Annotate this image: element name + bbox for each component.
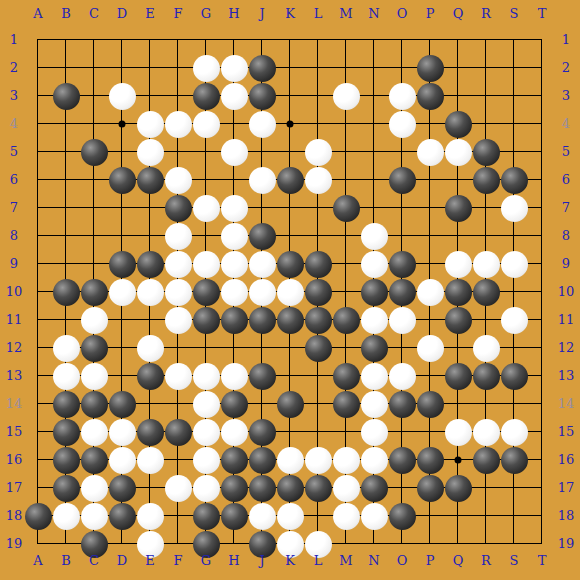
- intersection-G10[interactable]: ●: [192, 278, 220, 306]
- intersection-F18[interactable]: [164, 502, 192, 530]
- intersection-B3[interactable]: ●: [52, 82, 80, 110]
- intersection-L16[interactable]: ●: [304, 446, 332, 474]
- intersection-O13[interactable]: ●: [388, 362, 416, 390]
- intersection-N11[interactable]: ●: [360, 306, 388, 334]
- intersection-F3[interactable]: [164, 82, 192, 110]
- intersection-L8[interactable]: [304, 222, 332, 250]
- intersection-S3[interactable]: [500, 82, 528, 110]
- intersection-T1[interactable]: [528, 26, 556, 54]
- intersection-O10[interactable]: ●: [388, 278, 416, 306]
- intersection-F13[interactable]: ●: [164, 362, 192, 390]
- intersection-P16[interactable]: ●: [416, 446, 444, 474]
- intersection-M11[interactable]: ●: [332, 306, 360, 334]
- intersection-M7[interactable]: ●: [332, 194, 360, 222]
- intersection-N1[interactable]: [360, 26, 388, 54]
- intersection-H5[interactable]: ●: [220, 138, 248, 166]
- intersection-C17[interactable]: ●: [80, 474, 108, 502]
- intersection-G15[interactable]: ●: [192, 418, 220, 446]
- intersection-G18[interactable]: ●: [192, 502, 220, 530]
- intersection-T15[interactable]: [528, 418, 556, 446]
- intersection-T8[interactable]: [528, 222, 556, 250]
- intersection-Q7[interactable]: ●: [444, 194, 472, 222]
- intersection-H8[interactable]: ●: [220, 222, 248, 250]
- intersection-J15[interactable]: ●: [248, 418, 276, 446]
- intersection-M2[interactable]: [332, 54, 360, 82]
- intersection-P9[interactable]: [416, 250, 444, 278]
- intersection-H14[interactable]: ●: [220, 390, 248, 418]
- intersection-K6[interactable]: ●: [276, 166, 304, 194]
- intersection-N16[interactable]: ●: [360, 446, 388, 474]
- intersection-E10[interactable]: ●: [136, 278, 164, 306]
- intersection-R4[interactable]: [472, 110, 500, 138]
- intersection-R17[interactable]: [472, 474, 500, 502]
- intersection-E18[interactable]: ●: [136, 502, 164, 530]
- intersection-H1[interactable]: [220, 26, 248, 54]
- intersection-P17[interactable]: ●: [416, 474, 444, 502]
- intersection-S7[interactable]: ●: [500, 194, 528, 222]
- intersection-T2[interactable]: [528, 54, 556, 82]
- intersection-G11[interactable]: ●: [192, 306, 220, 334]
- intersection-T3[interactable]: [528, 82, 556, 110]
- intersection-Q11[interactable]: ●: [444, 306, 472, 334]
- intersection-D8[interactable]: [108, 222, 136, 250]
- intersection-O12[interactable]: [388, 334, 416, 362]
- intersection-T14[interactable]: [528, 390, 556, 418]
- intersection-S9[interactable]: ●: [500, 250, 528, 278]
- intersection-N18[interactable]: ●: [360, 502, 388, 530]
- intersection-L3[interactable]: [304, 82, 332, 110]
- intersection-S15[interactable]: ●: [500, 418, 528, 446]
- intersection-N2[interactable]: [360, 54, 388, 82]
- intersection-K2[interactable]: [276, 54, 304, 82]
- intersection-R7[interactable]: [472, 194, 500, 222]
- intersection-F11[interactable]: ●: [164, 306, 192, 334]
- intersection-C11[interactable]: ●: [80, 306, 108, 334]
- intersection-J13[interactable]: ●: [248, 362, 276, 390]
- intersection-G17[interactable]: ●: [192, 474, 220, 502]
- intersection-H6[interactable]: [220, 166, 248, 194]
- intersection-B1[interactable]: [52, 26, 80, 54]
- intersection-K17[interactable]: ●: [276, 474, 304, 502]
- intersection-A18[interactable]: ●: [24, 502, 52, 530]
- intersection-Q3[interactable]: [444, 82, 472, 110]
- intersection-K7[interactable]: [276, 194, 304, 222]
- intersection-B15[interactable]: ●: [52, 418, 80, 446]
- intersection-M4[interactable]: [332, 110, 360, 138]
- intersection-S2[interactable]: [500, 54, 528, 82]
- intersection-J16[interactable]: ●: [248, 446, 276, 474]
- intersection-O4[interactable]: ●: [388, 110, 416, 138]
- intersection-O17[interactable]: [388, 474, 416, 502]
- intersection-G4[interactable]: ●: [192, 110, 220, 138]
- intersection-D2[interactable]: [108, 54, 136, 82]
- intersection-J18[interactable]: ●: [248, 502, 276, 530]
- intersection-J8[interactable]: ●: [248, 222, 276, 250]
- intersection-L4[interactable]: [304, 110, 332, 138]
- intersection-C1[interactable]: [80, 26, 108, 54]
- intersection-C9[interactable]: [80, 250, 108, 278]
- intersection-H2[interactable]: ●: [220, 54, 248, 82]
- intersection-M6[interactable]: [332, 166, 360, 194]
- intersection-A10[interactable]: [24, 278, 52, 306]
- intersection-D10[interactable]: ●: [108, 278, 136, 306]
- intersection-L9[interactable]: ●: [304, 250, 332, 278]
- intersection-F6[interactable]: ●: [164, 166, 192, 194]
- intersection-S16[interactable]: ●: [500, 446, 528, 474]
- intersection-C15[interactable]: ●: [80, 418, 108, 446]
- intersection-G6[interactable]: [192, 166, 220, 194]
- intersection-S14[interactable]: [500, 390, 528, 418]
- intersection-Q6[interactable]: [444, 166, 472, 194]
- intersection-G2[interactable]: ●: [192, 54, 220, 82]
- intersection-K4[interactable]: [276, 110, 304, 138]
- intersection-O3[interactable]: ●: [388, 82, 416, 110]
- intersection-N12[interactable]: ●: [360, 334, 388, 362]
- intersection-E3[interactable]: [136, 82, 164, 110]
- intersection-H17[interactable]: ●: [220, 474, 248, 502]
- intersection-D11[interactable]: [108, 306, 136, 334]
- intersection-A13[interactable]: [24, 362, 52, 390]
- intersection-B5[interactable]: [52, 138, 80, 166]
- intersection-R6[interactable]: ●: [472, 166, 500, 194]
- intersection-B10[interactable]: ●: [52, 278, 80, 306]
- intersection-M16[interactable]: ●: [332, 446, 360, 474]
- intersection-R5[interactable]: ●: [472, 138, 500, 166]
- intersection-G12[interactable]: [192, 334, 220, 362]
- intersection-H10[interactable]: ●: [220, 278, 248, 306]
- intersection-Q9[interactable]: ●: [444, 250, 472, 278]
- intersection-D15[interactable]: ●: [108, 418, 136, 446]
- intersection-J4[interactable]: ●: [248, 110, 276, 138]
- intersection-L17[interactable]: ●: [304, 474, 332, 502]
- intersection-F7[interactable]: ●: [164, 194, 192, 222]
- intersection-F14[interactable]: [164, 390, 192, 418]
- intersection-E11[interactable]: [136, 306, 164, 334]
- intersection-R18[interactable]: [472, 502, 500, 530]
- intersection-R12[interactable]: ●: [472, 334, 500, 362]
- intersection-J9[interactable]: ●: [248, 250, 276, 278]
- intersection-J2[interactable]: ●: [248, 54, 276, 82]
- intersection-P1[interactable]: [416, 26, 444, 54]
- intersection-F15[interactable]: ●: [164, 418, 192, 446]
- intersection-R14[interactable]: [472, 390, 500, 418]
- intersection-P12[interactable]: ●: [416, 334, 444, 362]
- intersection-R15[interactable]: ●: [472, 418, 500, 446]
- intersection-T12[interactable]: [528, 334, 556, 362]
- intersection-D1[interactable]: [108, 26, 136, 54]
- intersection-P6[interactable]: [416, 166, 444, 194]
- intersection-M5[interactable]: [332, 138, 360, 166]
- intersection-J12[interactable]: [248, 334, 276, 362]
- intersection-J11[interactable]: ●: [248, 306, 276, 334]
- intersection-B6[interactable]: [52, 166, 80, 194]
- intersection-O8[interactable]: [388, 222, 416, 250]
- intersection-E16[interactable]: ●: [136, 446, 164, 474]
- intersection-A8[interactable]: [24, 222, 52, 250]
- intersection-G3[interactable]: ●: [192, 82, 220, 110]
- intersection-F4[interactable]: ●: [164, 110, 192, 138]
- intersection-M17[interactable]: ●: [332, 474, 360, 502]
- intersection-M3[interactable]: ●: [332, 82, 360, 110]
- intersection-G9[interactable]: ●: [192, 250, 220, 278]
- intersection-N17[interactable]: ●: [360, 474, 388, 502]
- intersection-J3[interactable]: ●: [248, 82, 276, 110]
- intersection-T5[interactable]: [528, 138, 556, 166]
- intersection-T6[interactable]: [528, 166, 556, 194]
- intersection-C7[interactable]: [80, 194, 108, 222]
- intersection-M15[interactable]: [332, 418, 360, 446]
- intersection-R9[interactable]: ●: [472, 250, 500, 278]
- intersection-P18[interactable]: [416, 502, 444, 530]
- intersection-A6[interactable]: [24, 166, 52, 194]
- intersection-E6[interactable]: ●: [136, 166, 164, 194]
- intersection-K16[interactable]: ●: [276, 446, 304, 474]
- intersection-H9[interactable]: ●: [220, 250, 248, 278]
- intersection-A3[interactable]: [24, 82, 52, 110]
- intersection-P15[interactable]: [416, 418, 444, 446]
- intersection-A11[interactable]: [24, 306, 52, 334]
- intersection-O7[interactable]: [388, 194, 416, 222]
- intersection-R1[interactable]: [472, 26, 500, 54]
- intersection-H4[interactable]: [220, 110, 248, 138]
- intersection-F1[interactable]: [164, 26, 192, 54]
- intersection-L6[interactable]: ●: [304, 166, 332, 194]
- intersection-A14[interactable]: [24, 390, 52, 418]
- intersection-D12[interactable]: [108, 334, 136, 362]
- intersection-C4[interactable]: [80, 110, 108, 138]
- intersection-O15[interactable]: [388, 418, 416, 446]
- intersection-P13[interactable]: [416, 362, 444, 390]
- intersection-S18[interactable]: [500, 502, 528, 530]
- intersection-D17[interactable]: ●: [108, 474, 136, 502]
- intersection-F16[interactable]: [164, 446, 192, 474]
- intersection-H15[interactable]: ●: [220, 418, 248, 446]
- intersection-M13[interactable]: ●: [332, 362, 360, 390]
- intersection-F5[interactable]: [164, 138, 192, 166]
- intersection-F9[interactable]: ●: [164, 250, 192, 278]
- intersection-C13[interactable]: ●: [80, 362, 108, 390]
- intersection-M8[interactable]: [332, 222, 360, 250]
- intersection-J14[interactable]: [248, 390, 276, 418]
- intersection-R2[interactable]: [472, 54, 500, 82]
- intersection-E15[interactable]: ●: [136, 418, 164, 446]
- intersection-S5[interactable]: [500, 138, 528, 166]
- intersection-M14[interactable]: ●: [332, 390, 360, 418]
- intersection-N4[interactable]: [360, 110, 388, 138]
- intersection-S8[interactable]: [500, 222, 528, 250]
- intersection-P2[interactable]: ●: [416, 54, 444, 82]
- intersection-L13[interactable]: [304, 362, 332, 390]
- intersection-D7[interactable]: [108, 194, 136, 222]
- intersection-B13[interactable]: ●: [52, 362, 80, 390]
- intersection-B7[interactable]: [52, 194, 80, 222]
- intersection-K10[interactable]: ●: [276, 278, 304, 306]
- intersection-E14[interactable]: [136, 390, 164, 418]
- intersection-L15[interactable]: [304, 418, 332, 446]
- intersection-H18[interactable]: ●: [220, 502, 248, 530]
- intersection-A12[interactable]: [24, 334, 52, 362]
- intersection-E9[interactable]: ●: [136, 250, 164, 278]
- intersection-L2[interactable]: [304, 54, 332, 82]
- intersection-S6[interactable]: ●: [500, 166, 528, 194]
- intersection-T9[interactable]: [528, 250, 556, 278]
- intersection-D4[interactable]: [108, 110, 136, 138]
- intersection-Q12[interactable]: [444, 334, 472, 362]
- intersection-T7[interactable]: [528, 194, 556, 222]
- intersection-B17[interactable]: ●: [52, 474, 80, 502]
- intersection-F17[interactable]: ●: [164, 474, 192, 502]
- intersection-O6[interactable]: ●: [388, 166, 416, 194]
- intersection-L18[interactable]: [304, 502, 332, 530]
- intersection-M10[interactable]: [332, 278, 360, 306]
- intersection-P11[interactable]: [416, 306, 444, 334]
- intersection-S13[interactable]: ●: [500, 362, 528, 390]
- intersection-D9[interactable]: ●: [108, 250, 136, 278]
- intersection-K12[interactable]: [276, 334, 304, 362]
- intersection-K9[interactable]: ●: [276, 250, 304, 278]
- intersection-S10[interactable]: [500, 278, 528, 306]
- intersection-E17[interactable]: [136, 474, 164, 502]
- intersection-G7[interactable]: ●: [192, 194, 220, 222]
- intersection-K1[interactable]: [276, 26, 304, 54]
- intersection-R13[interactable]: ●: [472, 362, 500, 390]
- intersection-A4[interactable]: [24, 110, 52, 138]
- intersection-E8[interactable]: [136, 222, 164, 250]
- intersection-B14[interactable]: ●: [52, 390, 80, 418]
- intersection-O9[interactable]: ●: [388, 250, 416, 278]
- intersection-N14[interactable]: ●: [360, 390, 388, 418]
- intersection-C6[interactable]: [80, 166, 108, 194]
- intersection-C8[interactable]: [80, 222, 108, 250]
- intersection-T11[interactable]: [528, 306, 556, 334]
- intersection-O16[interactable]: ●: [388, 446, 416, 474]
- intersection-Q8[interactable]: [444, 222, 472, 250]
- intersection-R3[interactable]: [472, 82, 500, 110]
- intersection-F10[interactable]: ●: [164, 278, 192, 306]
- intersection-D6[interactable]: ●: [108, 166, 136, 194]
- intersection-E12[interactable]: ●: [136, 334, 164, 362]
- intersection-O5[interactable]: [388, 138, 416, 166]
- intersection-C16[interactable]: ●: [80, 446, 108, 474]
- intersection-J17[interactable]: ●: [248, 474, 276, 502]
- intersection-B16[interactable]: ●: [52, 446, 80, 474]
- intersection-L14[interactable]: [304, 390, 332, 418]
- intersection-P14[interactable]: ●: [416, 390, 444, 418]
- intersection-R10[interactable]: ●: [472, 278, 500, 306]
- intersection-K3[interactable]: [276, 82, 304, 110]
- intersection-P5[interactable]: ●: [416, 138, 444, 166]
- intersection-B11[interactable]: [52, 306, 80, 334]
- intersection-A17[interactable]: [24, 474, 52, 502]
- intersection-K8[interactable]: [276, 222, 304, 250]
- intersection-Q17[interactable]: ●: [444, 474, 472, 502]
- intersection-T10[interactable]: [528, 278, 556, 306]
- intersection-E2[interactable]: [136, 54, 164, 82]
- intersection-Q1[interactable]: [444, 26, 472, 54]
- intersection-E4[interactable]: ●: [136, 110, 164, 138]
- intersection-F2[interactable]: [164, 54, 192, 82]
- intersection-Q15[interactable]: ●: [444, 418, 472, 446]
- intersection-N13[interactable]: ●: [360, 362, 388, 390]
- intersection-D3[interactable]: ●: [108, 82, 136, 110]
- intersection-B18[interactable]: ●: [52, 502, 80, 530]
- intersection-L12[interactable]: ●: [304, 334, 332, 362]
- intersection-P4[interactable]: [416, 110, 444, 138]
- intersection-N9[interactable]: ●: [360, 250, 388, 278]
- intersection-B8[interactable]: [52, 222, 80, 250]
- intersection-L5[interactable]: ●: [304, 138, 332, 166]
- intersection-D14[interactable]: ●: [108, 390, 136, 418]
- intersection-Q16[interactable]: [444, 446, 472, 474]
- intersection-G5[interactable]: [192, 138, 220, 166]
- intersection-S12[interactable]: [500, 334, 528, 362]
- intersection-N6[interactable]: [360, 166, 388, 194]
- intersection-Q2[interactable]: [444, 54, 472, 82]
- intersection-R16[interactable]: ●: [472, 446, 500, 474]
- intersection-S17[interactable]: [500, 474, 528, 502]
- intersection-E5[interactable]: ●: [136, 138, 164, 166]
- intersection-Q18[interactable]: [444, 502, 472, 530]
- intersection-A5[interactable]: [24, 138, 52, 166]
- intersection-B2[interactable]: [52, 54, 80, 82]
- intersection-K5[interactable]: [276, 138, 304, 166]
- intersection-N5[interactable]: [360, 138, 388, 166]
- intersection-Q14[interactable]: [444, 390, 472, 418]
- intersection-H3[interactable]: ●: [220, 82, 248, 110]
- intersection-J10[interactable]: ●: [248, 278, 276, 306]
- intersection-M18[interactable]: ●: [332, 502, 360, 530]
- intersection-D5[interactable]: [108, 138, 136, 166]
- intersection-F12[interactable]: [164, 334, 192, 362]
- intersection-P7[interactable]: [416, 194, 444, 222]
- intersection-G1[interactable]: [192, 26, 220, 54]
- intersection-K14[interactable]: ●: [276, 390, 304, 418]
- intersection-L1[interactable]: [304, 26, 332, 54]
- intersection-J5[interactable]: [248, 138, 276, 166]
- intersection-R11[interactable]: [472, 306, 500, 334]
- intersection-F8[interactable]: ●: [164, 222, 192, 250]
- intersection-T13[interactable]: [528, 362, 556, 390]
- intersection-G14[interactable]: ●: [192, 390, 220, 418]
- intersection-C3[interactable]: [80, 82, 108, 110]
- intersection-O2[interactable]: [388, 54, 416, 82]
- intersection-C14[interactable]: ●: [80, 390, 108, 418]
- intersection-M1[interactable]: [332, 26, 360, 54]
- intersection-J7[interactable]: [248, 194, 276, 222]
- intersection-T17[interactable]: [528, 474, 556, 502]
- intersection-N15[interactable]: ●: [360, 418, 388, 446]
- intersection-H11[interactable]: ●: [220, 306, 248, 334]
- intersection-A15[interactable]: [24, 418, 52, 446]
- intersection-S11[interactable]: ●: [500, 306, 528, 334]
- intersection-T4[interactable]: [528, 110, 556, 138]
- intersection-K15[interactable]: [276, 418, 304, 446]
- intersection-O18[interactable]: ●: [388, 502, 416, 530]
- intersection-R8[interactable]: [472, 222, 500, 250]
- intersection-B12[interactable]: ●: [52, 334, 80, 362]
- intersection-Q10[interactable]: ●: [444, 278, 472, 306]
- intersection-E13[interactable]: ●: [136, 362, 164, 390]
- intersection-B4[interactable]: [52, 110, 80, 138]
- intersection-D18[interactable]: ●: [108, 502, 136, 530]
- intersection-N3[interactable]: [360, 82, 388, 110]
- intersection-C12[interactable]: ●: [80, 334, 108, 362]
- intersection-L10[interactable]: ●: [304, 278, 332, 306]
- intersection-T16[interactable]: [528, 446, 556, 474]
- intersection-H13[interactable]: ●: [220, 362, 248, 390]
- intersection-L7[interactable]: [304, 194, 332, 222]
- intersection-A2[interactable]: [24, 54, 52, 82]
